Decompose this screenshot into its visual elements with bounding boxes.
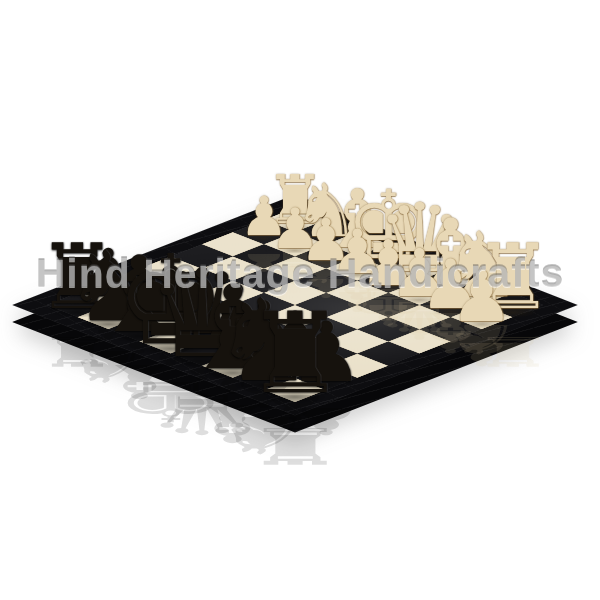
piece-black-rook-a8[interactable]: ♜ bbox=[245, 298, 345, 410]
pieces-layer: ♜♜♞♞♝♝♛♛♚♚♝♝♞♞♜♜♟♟♟♟♟♟♟♟♟♟♟♟♟♟♟♟♟♟♟♟♟♟♟♟… bbox=[0, 0, 600, 600]
piece-white-pawn-a2[interactable]: ♟ bbox=[450, 261, 514, 332]
product-photo: ♜♜♞♞♝♝♛♛♚♚♝♝♞♞♜♜♟♟♟♟♟♟♟♟♟♟♟♟♟♟♟♟♟♟♟♟♟♟♟♟… bbox=[0, 0, 600, 600]
